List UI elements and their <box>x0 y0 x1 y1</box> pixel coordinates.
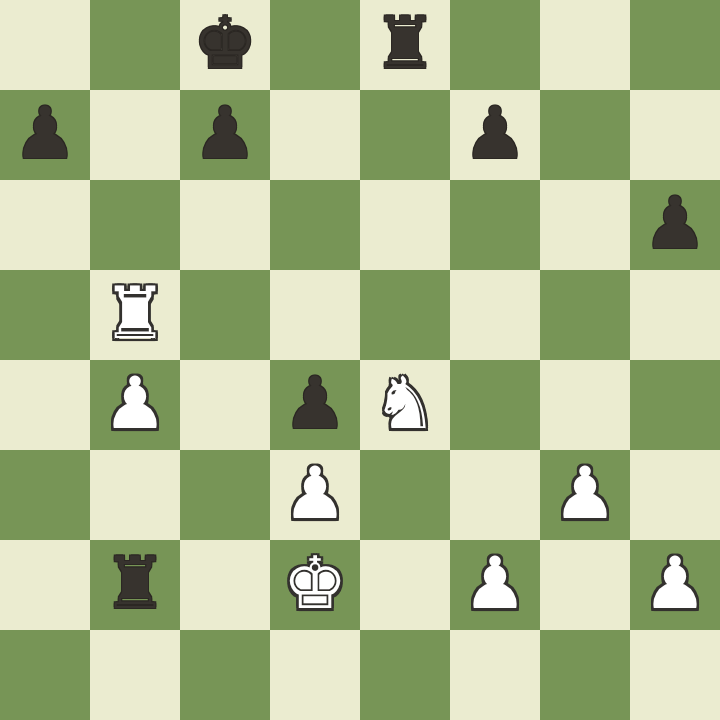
square-c5[interactable] <box>180 270 270 360</box>
square-d5[interactable] <box>270 270 360 360</box>
square-h1[interactable] <box>630 630 720 720</box>
square-c3[interactable] <box>180 450 270 540</box>
black-pawn[interactable]: ♟ <box>13 88 78 178</box>
black-rook[interactable]: ♜ <box>103 538 168 628</box>
white-pawn[interactable]: ♟ <box>553 448 618 538</box>
square-b2[interactable]: ♜ <box>90 540 180 630</box>
white-pawn[interactable]: ♟ <box>283 448 348 538</box>
square-h3[interactable] <box>630 450 720 540</box>
square-f6[interactable] <box>450 180 540 270</box>
square-d1[interactable] <box>270 630 360 720</box>
square-e3[interactable] <box>360 450 450 540</box>
square-e8[interactable]: ♜ <box>360 0 450 90</box>
chess-board: ♚♜♟♟♟♟♜♟♟♞♟♟♜♚♟♟ <box>0 0 720 720</box>
square-d3[interactable]: ♟ <box>270 450 360 540</box>
square-e1[interactable] <box>360 630 450 720</box>
square-c2[interactable] <box>180 540 270 630</box>
square-f4[interactable] <box>450 360 540 450</box>
square-b6[interactable] <box>90 180 180 270</box>
square-g4[interactable] <box>540 360 630 450</box>
white-knight[interactable]: ♞ <box>373 358 438 448</box>
square-a8[interactable] <box>0 0 90 90</box>
square-b7[interactable] <box>90 90 180 180</box>
square-h6[interactable]: ♟ <box>630 180 720 270</box>
square-g7[interactable] <box>540 90 630 180</box>
square-f7[interactable]: ♟ <box>450 90 540 180</box>
square-h2[interactable]: ♟ <box>630 540 720 630</box>
square-c4[interactable] <box>180 360 270 450</box>
square-g3[interactable]: ♟ <box>540 450 630 540</box>
black-rook[interactable]: ♜ <box>373 0 438 88</box>
square-d8[interactable] <box>270 0 360 90</box>
square-a4[interactable] <box>0 360 90 450</box>
square-g2[interactable] <box>540 540 630 630</box>
square-e7[interactable] <box>360 90 450 180</box>
square-b3[interactable] <box>90 450 180 540</box>
square-f8[interactable] <box>450 0 540 90</box>
square-b1[interactable] <box>90 630 180 720</box>
white-pawn[interactable]: ♟ <box>643 538 708 628</box>
square-f3[interactable] <box>450 450 540 540</box>
white-pawn[interactable]: ♟ <box>103 358 168 448</box>
square-g1[interactable] <box>540 630 630 720</box>
square-a5[interactable] <box>0 270 90 360</box>
square-d2[interactable]: ♚ <box>270 540 360 630</box>
white-pawn[interactable]: ♟ <box>463 538 528 628</box>
square-c1[interactable] <box>180 630 270 720</box>
square-a1[interactable] <box>0 630 90 720</box>
black-pawn[interactable]: ♟ <box>193 88 258 178</box>
square-c8[interactable]: ♚ <box>180 0 270 90</box>
black-pawn[interactable]: ♟ <box>283 358 348 448</box>
square-g5[interactable] <box>540 270 630 360</box>
square-f1[interactable] <box>450 630 540 720</box>
square-h8[interactable] <box>630 0 720 90</box>
white-king[interactable]: ♚ <box>283 538 348 628</box>
square-c6[interactable] <box>180 180 270 270</box>
square-h4[interactable] <box>630 360 720 450</box>
square-h7[interactable] <box>630 90 720 180</box>
white-rook[interactable]: ♜ <box>103 268 168 358</box>
black-pawn[interactable]: ♟ <box>463 88 528 178</box>
square-b5[interactable]: ♜ <box>90 270 180 360</box>
square-f5[interactable] <box>450 270 540 360</box>
square-h5[interactable] <box>630 270 720 360</box>
square-a2[interactable] <box>0 540 90 630</box>
square-a7[interactable]: ♟ <box>0 90 90 180</box>
square-c7[interactable]: ♟ <box>180 90 270 180</box>
square-e4[interactable]: ♞ <box>360 360 450 450</box>
square-g6[interactable] <box>540 180 630 270</box>
square-f2[interactable]: ♟ <box>450 540 540 630</box>
black-pawn[interactable]: ♟ <box>643 178 708 268</box>
square-d6[interactable] <box>270 180 360 270</box>
square-b8[interactable] <box>90 0 180 90</box>
square-e2[interactable] <box>360 540 450 630</box>
square-e5[interactable] <box>360 270 450 360</box>
square-g8[interactable] <box>540 0 630 90</box>
square-d4[interactable]: ♟ <box>270 360 360 450</box>
black-king[interactable]: ♚ <box>193 0 258 88</box>
square-a3[interactable] <box>0 450 90 540</box>
square-e6[interactable] <box>360 180 450 270</box>
square-d7[interactable] <box>270 90 360 180</box>
square-a6[interactable] <box>0 180 90 270</box>
square-b4[interactable]: ♟ <box>90 360 180 450</box>
